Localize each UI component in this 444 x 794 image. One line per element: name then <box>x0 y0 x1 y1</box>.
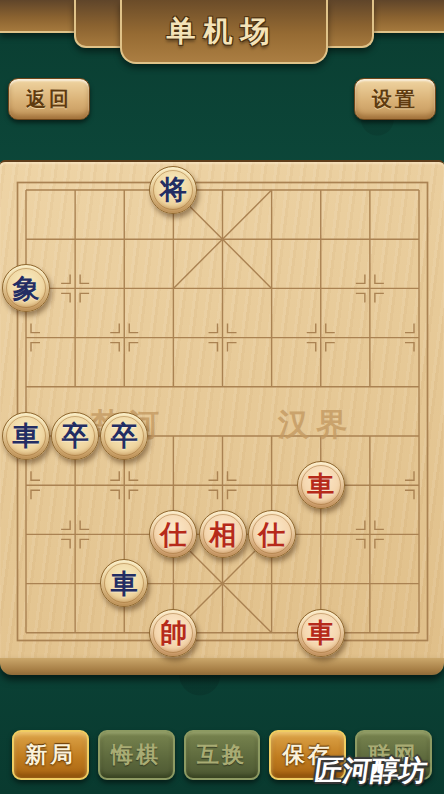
piece-black-車[interactable]: 車 <box>2 412 50 460</box>
piece-red-帥[interactable]: 帥 <box>149 609 197 657</box>
piece-red-仕[interactable]: 仕 <box>149 510 197 558</box>
piece-black-車[interactable]: 車 <box>100 559 148 607</box>
board-edge <box>0 658 444 675</box>
swap-sides-button[interactable]: 互换 <box>184 730 261 780</box>
back-button[interactable]: 返回 <box>8 78 90 120</box>
page-title: 单机场 <box>0 12 444 52</box>
piece-black-卒[interactable]: 卒 <box>100 412 148 460</box>
piece-layer: 将象車卒卒車仕相仕車帥車 <box>2 165 444 657</box>
piece-black-象[interactable]: 象 <box>2 264 50 312</box>
watermark: 匠河醇坊 <box>312 752 429 790</box>
piece-black-将[interactable]: 将 <box>149 166 197 214</box>
settings-button[interactable]: 设置 <box>354 78 436 120</box>
undo-move-button[interactable]: 悔棋 <box>98 730 175 780</box>
piece-red-車[interactable]: 車 <box>297 461 345 509</box>
piece-red-車[interactable]: 車 <box>297 609 345 657</box>
piece-red-仕[interactable]: 仕 <box>248 510 296 558</box>
new-game-button[interactable]: 新局 <box>12 730 89 780</box>
piece-red-相[interactable]: 相 <box>199 510 247 558</box>
piece-black-卒[interactable]: 卒 <box>51 412 99 460</box>
